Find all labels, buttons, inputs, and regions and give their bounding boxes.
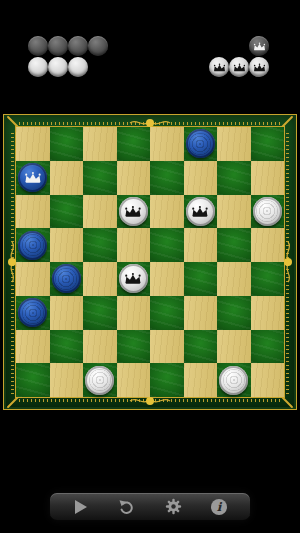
square-7-6[interactable] — [217, 363, 251, 397]
square-0-6 — [217, 127, 251, 161]
app-screen: i — [0, 0, 300, 533]
square-0-4 — [150, 127, 184, 161]
square-4-3[interactable] — [117, 262, 151, 296]
square-2-3[interactable] — [117, 195, 151, 229]
info-icon: i — [211, 499, 227, 515]
square-7-4[interactable] — [150, 363, 184, 397]
undo-icon — [118, 498, 136, 516]
square-1-5 — [184, 161, 218, 195]
dark-man[interactable] — [186, 129, 215, 158]
square-3-4[interactable] — [150, 228, 184, 262]
square-2-7[interactable] — [251, 195, 285, 229]
captured-light-kings-row — [209, 57, 269, 77]
square-6-7[interactable] — [251, 330, 285, 364]
captured-light-king — [229, 57, 249, 77]
square-5-7 — [251, 296, 285, 330]
undo-button[interactable] — [112, 495, 142, 519]
square-0-1[interactable] — [50, 127, 84, 161]
square-3-0[interactable] — [16, 228, 50, 262]
square-5-6[interactable] — [217, 296, 251, 330]
dark-man[interactable] — [18, 231, 47, 260]
square-3-2[interactable] — [83, 228, 117, 262]
square-0-0 — [16, 127, 50, 161]
square-4-1[interactable] — [50, 262, 84, 296]
captured-light-man — [68, 57, 88, 77]
captured-dark-man — [88, 36, 108, 56]
crown-icon — [253, 37, 266, 55]
square-1-4[interactable] — [150, 161, 184, 195]
square-7-3 — [117, 363, 151, 397]
square-1-1 — [50, 161, 84, 195]
captured-light-man — [48, 57, 68, 77]
info-glyph: i — [217, 501, 222, 513]
frame-corner-flourish — [7, 396, 20, 409]
square-2-1[interactable] — [50, 195, 84, 229]
square-3-3 — [117, 228, 151, 262]
light-king[interactable] — [119, 197, 148, 226]
square-3-6[interactable] — [217, 228, 251, 262]
square-4-6 — [217, 262, 251, 296]
square-6-1[interactable] — [50, 330, 84, 364]
square-6-6 — [217, 330, 251, 364]
square-7-5 — [184, 363, 218, 397]
crown-icon — [213, 58, 226, 76]
light-man[interactable] — [253, 197, 282, 226]
captured-light-king — [249, 57, 269, 77]
captured-dark-man — [68, 36, 88, 56]
captured-dark-man — [48, 36, 68, 56]
square-4-2 — [83, 262, 117, 296]
square-4-0 — [16, 262, 50, 296]
board-grid — [16, 127, 284, 397]
square-3-7 — [251, 228, 285, 262]
square-2-6 — [217, 195, 251, 229]
square-5-4[interactable] — [150, 296, 184, 330]
square-5-3 — [117, 296, 151, 330]
square-1-7 — [251, 161, 285, 195]
play-button[interactable] — [66, 495, 96, 519]
captured-light-men-row — [28, 57, 88, 77]
square-4-4 — [150, 262, 184, 296]
square-6-4 — [150, 330, 184, 364]
dark-man[interactable] — [52, 264, 81, 293]
square-6-3[interactable] — [117, 330, 151, 364]
square-1-6[interactable] — [217, 161, 251, 195]
settings-button[interactable] — [158, 495, 188, 519]
square-7-2[interactable] — [83, 363, 117, 397]
board-frame — [3, 114, 297, 410]
play-icon — [75, 500, 87, 514]
captured-tray-left — [28, 36, 108, 77]
dark-man[interactable] — [18, 298, 47, 327]
captured-light-man — [28, 57, 48, 77]
square-7-0[interactable] — [16, 363, 50, 397]
crown-icon — [233, 58, 246, 76]
square-6-2 — [83, 330, 117, 364]
square-0-2 — [83, 127, 117, 161]
light-king[interactable] — [119, 264, 148, 293]
light-king[interactable] — [186, 197, 215, 226]
square-2-0 — [16, 195, 50, 229]
square-5-1 — [50, 296, 84, 330]
square-3-1 — [50, 228, 84, 262]
square-1-2[interactable] — [83, 161, 117, 195]
square-4-5[interactable] — [184, 262, 218, 296]
square-0-5[interactable] — [184, 127, 218, 161]
crown-icon — [124, 271, 142, 286]
crown-icon — [24, 170, 42, 185]
square-0-3[interactable] — [117, 127, 151, 161]
captured-tray-right — [209, 36, 269, 77]
frame-corner-flourish — [281, 396, 294, 409]
light-man[interactable] — [219, 366, 248, 395]
captured-dark-kings-row — [249, 36, 269, 56]
light-man[interactable] — [85, 366, 114, 395]
dark-king[interactable] — [18, 163, 47, 192]
square-6-5[interactable] — [184, 330, 218, 364]
square-5-5 — [184, 296, 218, 330]
captured-light-king — [209, 57, 229, 77]
captured-dark-man — [28, 36, 48, 56]
toolbar: i — [50, 493, 250, 520]
square-4-7[interactable] — [251, 262, 285, 296]
crown-icon — [191, 204, 209, 219]
square-3-5 — [184, 228, 218, 262]
gear-icon — [165, 498, 182, 515]
square-1-3 — [117, 161, 151, 195]
info-button[interactable]: i — [204, 495, 234, 519]
square-0-7[interactable] — [251, 127, 285, 161]
square-7-7 — [251, 363, 285, 397]
square-5-0[interactable] — [16, 296, 50, 330]
crown-icon — [253, 58, 266, 76]
crown-icon — [124, 204, 142, 219]
square-6-0 — [16, 330, 50, 364]
square-7-1 — [50, 363, 84, 397]
captured-dark-men-row — [28, 36, 108, 56]
captured-dark-king — [249, 36, 269, 56]
square-5-2[interactable] — [83, 296, 117, 330]
square-2-2 — [83, 195, 117, 229]
square-2-5[interactable] — [184, 195, 218, 229]
square-1-0[interactable] — [16, 161, 50, 195]
square-2-4 — [150, 195, 184, 229]
